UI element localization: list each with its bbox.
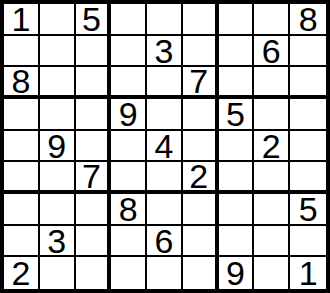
cell-r2c4[interactable] <box>111 36 147 68</box>
cell-r3c6: 7 <box>183 67 219 99</box>
cell-r1c9: 8 <box>290 4 326 36</box>
cell-r4c4: 9 <box>111 99 147 131</box>
cell-r3c9[interactable] <box>290 67 326 99</box>
cell-r5c1[interactable] <box>4 131 40 163</box>
cell-r7c2[interactable] <box>40 194 76 226</box>
cell-r5c3[interactable] <box>76 131 112 163</box>
cell-r1c1: 1 <box>4 4 40 36</box>
sudoku-board: 1 5 8 3 6 8 7 9 5 9 4 2 7 2 <box>0 0 330 293</box>
cell-r7c7[interactable] <box>219 194 255 226</box>
cell-r1c5[interactable] <box>147 4 183 36</box>
cell-r1c7[interactable] <box>219 4 255 36</box>
cell-r6c7[interactable] <box>219 162 255 194</box>
cell-r8c1[interactable] <box>4 226 40 258</box>
cell-r6c9[interactable] <box>290 162 326 194</box>
cell-r5c5: 4 <box>147 131 183 163</box>
cell-r7c9: 5 <box>290 194 326 226</box>
cell-r7c4: 8 <box>111 194 147 226</box>
cell-r4c9[interactable] <box>290 99 326 131</box>
cell-r6c3: 7 <box>76 162 112 194</box>
cell-r2c1[interactable] <box>4 36 40 68</box>
cell-r1c2[interactable] <box>40 4 76 36</box>
cell-r3c4[interactable] <box>111 67 147 99</box>
cell-r9c2[interactable] <box>40 257 76 289</box>
cell-r4c1[interactable] <box>4 99 40 131</box>
cell-r8c3[interactable] <box>76 226 112 258</box>
cell-r2c5: 3 <box>147 36 183 68</box>
cell-r4c8[interactable] <box>254 99 290 131</box>
cell-r8c4[interactable] <box>111 226 147 258</box>
cell-r8c2: 3 <box>40 226 76 258</box>
cell-r7c5[interactable] <box>147 194 183 226</box>
cell-r4c5[interactable] <box>147 99 183 131</box>
cell-r5c9[interactable] <box>290 131 326 163</box>
cell-r3c2[interactable] <box>40 67 76 99</box>
cell-r3c1: 8 <box>4 67 40 99</box>
cell-r2c9[interactable] <box>290 36 326 68</box>
cell-r7c8[interactable] <box>254 194 290 226</box>
cell-r1c8[interactable] <box>254 4 290 36</box>
cell-r1c4[interactable] <box>111 4 147 36</box>
cell-r1c6[interactable] <box>183 4 219 36</box>
cell-r9c8[interactable] <box>254 257 290 289</box>
cell-r1c3: 5 <box>76 4 112 36</box>
cell-r5c6[interactable] <box>183 131 219 163</box>
cell-r2c3[interactable] <box>76 36 112 68</box>
cell-r6c6: 2 <box>183 162 219 194</box>
cell-r6c8[interactable] <box>254 162 290 194</box>
cell-r6c4[interactable] <box>111 162 147 194</box>
cell-r6c1[interactable] <box>4 162 40 194</box>
cell-r8c7[interactable] <box>219 226 255 258</box>
cell-r4c6[interactable] <box>183 99 219 131</box>
cell-r5c7[interactable] <box>219 131 255 163</box>
cell-r7c3[interactable] <box>76 194 112 226</box>
cell-r7c1[interactable] <box>4 194 40 226</box>
cell-r4c3[interactable] <box>76 99 112 131</box>
cell-r8c8[interactable] <box>254 226 290 258</box>
cell-r2c6[interactable] <box>183 36 219 68</box>
cell-r9c5[interactable] <box>147 257 183 289</box>
cell-r2c7[interactable] <box>219 36 255 68</box>
cell-r2c2[interactable] <box>40 36 76 68</box>
cell-r3c3[interactable] <box>76 67 112 99</box>
cell-r5c4[interactable] <box>111 131 147 163</box>
cell-r6c5[interactable] <box>147 162 183 194</box>
cell-r2c8: 6 <box>254 36 290 68</box>
cell-r4c7: 5 <box>219 99 255 131</box>
cell-r9c3[interactable] <box>76 257 112 289</box>
cell-r5c8: 2 <box>254 131 290 163</box>
cell-r4c2[interactable] <box>40 99 76 131</box>
cell-r7c6[interactable] <box>183 194 219 226</box>
cell-r9c1: 2 <box>4 257 40 289</box>
cell-r3c7[interactable] <box>219 67 255 99</box>
cell-r8c9[interactable] <box>290 226 326 258</box>
cell-r9c4[interactable] <box>111 257 147 289</box>
cell-r8c5: 6 <box>147 226 183 258</box>
cell-r9c7: 9 <box>219 257 255 289</box>
cell-r9c9: 1 <box>290 257 326 289</box>
cell-r6c2[interactable] <box>40 162 76 194</box>
cell-r5c2: 9 <box>40 131 76 163</box>
cell-r3c8[interactable] <box>254 67 290 99</box>
cell-r9c6[interactable] <box>183 257 219 289</box>
cell-r3c5[interactable] <box>147 67 183 99</box>
cell-r8c6[interactable] <box>183 226 219 258</box>
